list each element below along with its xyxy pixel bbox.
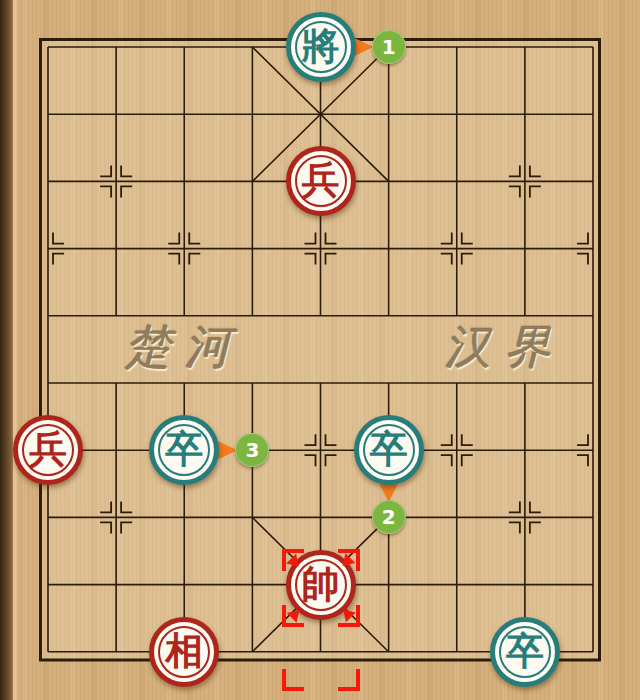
piece-glyph: 卒: [363, 424, 415, 476]
piece-glyph: 將: [295, 21, 347, 73]
piece-red-soldier[interactable]: 兵: [13, 415, 83, 485]
piece-glyph: 帥: [295, 559, 347, 611]
piece-black-general[interactable]: 將: [286, 12, 356, 82]
piece-black-soldier[interactable]: 卒: [354, 415, 424, 485]
piece-black-soldier[interactable]: 卒: [149, 415, 219, 485]
piece-red-elephant[interactable]: 相: [149, 617, 219, 687]
piece-black-soldier[interactable]: 卒: [490, 617, 560, 687]
xiangqi-app: 楚河 汉界 將兵兵卒卒帥相卒 123: [0, 0, 640, 700]
piece-glyph: 卒: [499, 626, 551, 678]
move-marker-1[interactable]: 1: [372, 30, 406, 64]
piece-glyph: 兵: [295, 155, 347, 207]
move-marker-2[interactable]: 2: [372, 500, 406, 534]
piece-red-soldier[interactable]: 兵: [286, 146, 356, 216]
piece-red-general[interactable]: 帥: [286, 550, 356, 620]
piece-glyph: 卒: [158, 424, 210, 476]
piece-glyph: 兵: [22, 424, 74, 476]
piece-glyph: 相: [158, 626, 210, 678]
